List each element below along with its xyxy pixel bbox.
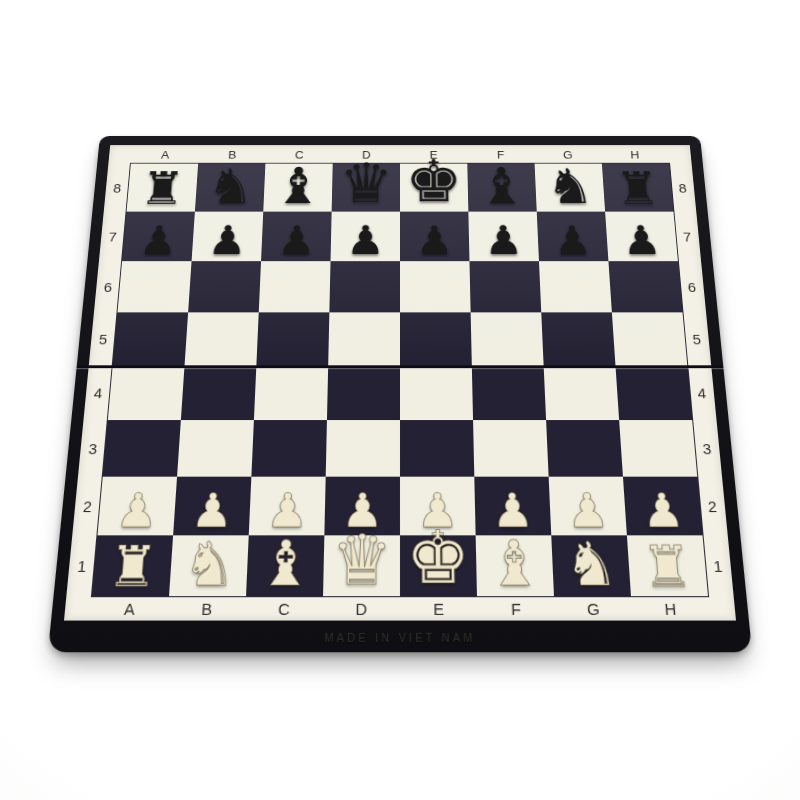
- piece-white-king-e1[interactable]: ♚: [406, 522, 471, 595]
- square-e4[interactable]: [400, 365, 473, 420]
- square-b7[interactable]: ♟: [192, 212, 264, 262]
- board-face: ABCDEFGH ABCDEFGH 87654321 87654321 ♜♞♝♛…: [64, 145, 736, 620]
- square-b5[interactable]: [185, 312, 259, 365]
- square-c5[interactable]: [256, 312, 329, 365]
- photo-background: MADE IN VIET NAM ABCDEFGH ABCDEFGH 87654…: [0, 0, 800, 800]
- square-h6[interactable]: [608, 261, 682, 312]
- square-f1[interactable]: ♝: [476, 535, 554, 596]
- square-g8[interactable]: ♞: [535, 164, 606, 212]
- square-b3[interactable]: [177, 420, 254, 477]
- piece-black-rook-a8[interactable]: ♜: [139, 166, 186, 211]
- file-label-top-a: A: [131, 145, 200, 163]
- square-d8[interactable]: ♛: [332, 164, 400, 212]
- square-a6[interactable]: [117, 261, 191, 312]
- file-label-bottom-b: B: [167, 596, 246, 620]
- piece-white-pawn-g2[interactable]: ♟: [565, 487, 610, 534]
- square-g7[interactable]: ♟: [537, 212, 609, 262]
- square-f3[interactable]: [473, 420, 549, 477]
- square-h7[interactable]: ♟: [605, 212, 678, 262]
- square-a4[interactable]: [108, 365, 185, 420]
- piece-white-pawn-a2[interactable]: ♟: [114, 487, 160, 534]
- square-e7[interactable]: ♟: [400, 212, 469, 262]
- piece-white-bishop-c1[interactable]: ♝: [257, 532, 314, 595]
- square-g6[interactable]: [539, 261, 612, 312]
- square-h1[interactable]: ♜: [627, 535, 708, 596]
- square-a2[interactable]: ♟: [97, 477, 177, 536]
- piece-white-queen-d1[interactable]: ♛: [331, 526, 392, 595]
- piece-white-knight-g1[interactable]: ♞: [563, 534, 620, 595]
- square-d5[interactable]: [328, 312, 400, 365]
- square-h4[interactable]: [615, 365, 692, 420]
- file-label-top-h: H: [601, 145, 670, 163]
- rank-label-right-5: 5: [683, 312, 712, 365]
- square-e1[interactable]: ♚: [400, 535, 477, 596]
- square-a7[interactable]: ♟: [122, 212, 195, 262]
- piece-white-pawn-b2[interactable]: ♟: [190, 487, 235, 534]
- square-c3[interactable]: [251, 420, 327, 477]
- square-d4[interactable]: [327, 365, 400, 420]
- square-b4[interactable]: [181, 365, 256, 420]
- square-a8[interactable]: ♜: [127, 164, 199, 212]
- square-d3[interactable]: [326, 420, 400, 477]
- square-b1[interactable]: ♞: [169, 535, 249, 596]
- file-label-bottom-g: G: [554, 596, 633, 620]
- square-b6[interactable]: [188, 261, 261, 312]
- square-e6[interactable]: [400, 261, 471, 312]
- square-f8[interactable]: ♝: [467, 164, 536, 212]
- square-a5[interactable]: [113, 312, 188, 365]
- frame-embossed-text: MADE IN VIET NAM: [49, 632, 752, 644]
- square-g3[interactable]: [546, 420, 623, 477]
- piece-black-rook-h8[interactable]: ♜: [614, 166, 661, 211]
- piece-black-pawn-c7[interactable]: ♟: [276, 220, 316, 260]
- square-c6[interactable]: [259, 261, 331, 312]
- piece-black-knight-g8[interactable]: ♞: [545, 163, 595, 211]
- piece-black-pawn-f7[interactable]: ♟: [484, 220, 524, 260]
- square-d1[interactable]: ♛: [323, 535, 400, 596]
- square-e5[interactable]: [400, 312, 472, 365]
- file-labels-bottom: ABCDEFGH: [90, 596, 710, 620]
- square-c1[interactable]: ♝: [246, 535, 324, 596]
- piece-black-bishop-f8[interactable]: ♝: [477, 161, 528, 211]
- chess-board: MADE IN VIET NAM ABCDEFGH ABCDEFGH 87654…: [48, 136, 752, 652]
- square-h5[interactable]: [612, 312, 687, 365]
- rank-label-right-6: 6: [678, 261, 706, 312]
- file-label-bottom-a: A: [90, 596, 169, 620]
- square-d7[interactable]: ♟: [331, 212, 400, 262]
- square-h8[interactable]: ♜: [602, 164, 674, 212]
- piece-black-pawn-g7[interactable]: ♟: [552, 220, 593, 260]
- square-c7[interactable]: ♟: [261, 212, 332, 262]
- square-h2[interactable]: ♟: [623, 477, 703, 536]
- piece-black-king-e8[interactable]: ♚: [405, 153, 463, 211]
- square-c4[interactable]: [254, 365, 328, 420]
- piece-white-bishop-f1[interactable]: ♝: [486, 532, 543, 595]
- squares-grid: ♜♞♝♛♚♝♞♜♟♟♟♟♟♟♟♟♟♟♟♟♟♟♟♟♜♞♝♛♚♝♞♜: [92, 164, 708, 596]
- square-g2[interactable]: ♟: [549, 477, 627, 536]
- piece-white-rook-a1[interactable]: ♜: [106, 539, 160, 595]
- piece-black-bishop-c8[interactable]: ♝: [273, 161, 324, 211]
- square-d6[interactable]: [329, 261, 400, 312]
- square-f4[interactable]: [472, 365, 546, 420]
- square-c8[interactable]: ♝: [263, 164, 332, 212]
- square-f6[interactable]: [469, 261, 541, 312]
- file-label-bottom-h: H: [631, 596, 710, 620]
- rank-label-right-8: 8: [669, 164, 696, 212]
- square-a1[interactable]: ♜: [92, 535, 173, 596]
- square-e8[interactable]: ♚: [400, 164, 468, 212]
- piece-black-pawn-d7[interactable]: ♟: [346, 220, 385, 260]
- square-b2[interactable]: ♟: [173, 477, 251, 536]
- square-g4[interactable]: [544, 365, 620, 420]
- piece-black-pawn-e7[interactable]: ♟: [415, 220, 454, 260]
- square-b8[interactable]: ♞: [195, 164, 266, 212]
- piece-black-pawn-a7[interactable]: ♟: [137, 220, 179, 260]
- fold-seam: [77, 365, 724, 368]
- square-g5[interactable]: [541, 312, 615, 365]
- piece-black-pawn-h7[interactable]: ♟: [621, 220, 663, 260]
- rank-label-right-7: 7: [673, 212, 701, 262]
- square-g1[interactable]: ♞: [551, 535, 631, 596]
- piece-black-knight-b8[interactable]: ♞: [205, 163, 255, 211]
- piece-black-queen-d8[interactable]: ♛: [339, 156, 394, 211]
- square-f5[interactable]: [471, 312, 544, 365]
- square-f7[interactable]: ♟: [468, 212, 539, 262]
- square-a3[interactable]: [103, 420, 181, 477]
- square-h3[interactable]: [619, 420, 697, 477]
- piece-black-pawn-b7[interactable]: ♟: [207, 220, 248, 260]
- piece-white-pawn-h2[interactable]: ♟: [640, 487, 686, 534]
- piece-white-knight-b1[interactable]: ♞: [181, 534, 238, 595]
- piece-white-rook-h1[interactable]: ♜: [640, 539, 694, 595]
- square-e3[interactable]: [400, 420, 474, 477]
